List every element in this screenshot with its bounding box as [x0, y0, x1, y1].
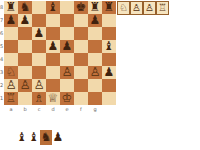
square-a4[interactable] [4, 53, 18, 66]
square-f8[interactable]: ♚ [74, 1, 88, 14]
square-g2[interactable] [88, 79, 102, 92]
piece-white-rook-a1[interactable]: ♖ [6, 92, 17, 105]
square-d4[interactable] [46, 53, 60, 66]
square-d6[interactable] [46, 27, 60, 40]
square-f3[interactable] [74, 66, 88, 79]
piece-white-pawn-e3[interactable]: ♙ [62, 66, 73, 79]
square-f5[interactable] [74, 40, 88, 53]
square-c6[interactable]: ♟ [32, 27, 46, 40]
square-d5[interactable]: ♟ [46, 40, 60, 53]
square-d8[interactable]: ♝ [46, 1, 60, 14]
piece-black-pawn-d5[interactable]: ♟ [48, 40, 59, 53]
square-c3[interactable] [32, 66, 46, 79]
piece-white-pawn-b2[interactable]: ♙ [20, 79, 31, 92]
square-g7[interactable]: ♟ [88, 14, 102, 27]
tray-slot-black-knight-selected[interactable]: ♞ [40, 130, 52, 145]
square-g6[interactable] [88, 27, 102, 40]
piece-white-pawn-g3[interactable]: ♙ [90, 66, 101, 79]
file-label-a: a [4, 106, 18, 113]
square-e1[interactable]: ♔ [60, 92, 74, 105]
tray-piece-black-bishop[interactable]: ♝ [29, 130, 40, 145]
pocket-tile-white-knight[interactable]: ♘ [117, 1, 130, 15]
square-b1[interactable] [18, 92, 32, 105]
square-h7[interactable] [102, 14, 116, 27]
square-c4[interactable] [32, 53, 46, 66]
square-c1[interactable]: ♗ [32, 92, 46, 105]
square-f6[interactable] [74, 27, 88, 40]
piece-white-pawn-a2[interactable]: ♙ [6, 79, 17, 92]
square-c5[interactable] [32, 40, 46, 53]
piece-black-rook-a8[interactable]: ♜ [6, 1, 17, 14]
square-g1[interactable] [88, 92, 102, 105]
piece-black-pawn-h3[interactable]: ♟ [104, 66, 115, 79]
tray-piece-black-bishop[interactable]: ♝ [17, 130, 28, 145]
tray-piece-black-knight[interactable]: ♞ [41, 130, 52, 145]
square-h1[interactable] [102, 92, 116, 105]
file-label-d: d [46, 106, 60, 113]
square-a7[interactable]: ♟ [4, 14, 18, 27]
tray-piece-black-pawn[interactable]: ♟ [53, 130, 64, 145]
tray-slot-black-bishop[interactable]: ♝ [28, 130, 40, 145]
square-a1[interactable]: ♖ [4, 92, 18, 105]
chess-app-screen: 87654321 ♜♞♝♚♜♜♟♟♟♟♟♟♝♘♙♙♟♙♙♙♖♗♕♔ abcdef… [0, 0, 200, 150]
square-h6[interactable] [102, 27, 116, 40]
square-d3[interactable] [46, 66, 60, 79]
file-label-g: g [88, 106, 102, 113]
file-label-e: e [60, 106, 74, 113]
pocket-piece-white-pawn[interactable]: ♙ [145, 2, 154, 14]
square-e3[interactable]: ♙ [60, 66, 74, 79]
square-d7[interactable] [46, 14, 60, 27]
piece-white-knight-a3[interactable]: ♘ [6, 66, 17, 79]
square-c7[interactable] [32, 14, 46, 27]
captured-pieces-tray-top[interactable]: ♘♙♙♖ [117, 1, 169, 15]
square-e6[interactable] [60, 27, 74, 40]
tray-slot-black-pawn[interactable]: ♟ [52, 130, 64, 145]
piece-black-bishop-h5[interactable]: ♝ [104, 40, 115, 53]
square-h3[interactable]: ♟ [102, 66, 116, 79]
square-d2[interactable] [46, 79, 60, 92]
square-g3[interactable]: ♙ [88, 66, 102, 79]
square-b8[interactable]: ♞ [18, 1, 32, 14]
piece-black-knight-b8[interactable]: ♞ [20, 1, 31, 14]
square-a5[interactable] [4, 40, 18, 53]
square-a3[interactable]: ♘ [4, 66, 18, 79]
file-label-b: b [18, 106, 32, 113]
square-a2[interactable]: ♙ [4, 79, 18, 92]
piece-white-king-e1[interactable]: ♔ [62, 92, 73, 105]
square-g8[interactable]: ♜ [88, 1, 102, 14]
square-e7[interactable] [60, 14, 74, 27]
piece-black-pawn-c6[interactable]: ♟ [34, 27, 45, 40]
square-d1[interactable]: ♕ [46, 92, 60, 105]
square-f4[interactable] [74, 53, 88, 66]
pocket-piece-white-rook[interactable]: ♖ [158, 2, 167, 14]
square-f2[interactable] [74, 79, 88, 92]
square-h4[interactable] [102, 53, 116, 66]
square-e5[interactable]: ♟ [60, 40, 74, 53]
square-a8[interactable]: ♜ [4, 1, 18, 14]
piece-black-rook-h8[interactable]: ♜ [104, 1, 115, 14]
piece-black-pawn-b7[interactable]: ♟ [20, 14, 31, 27]
file-label-f: f [74, 106, 88, 113]
square-e4[interactable] [60, 53, 74, 66]
square-f7[interactable] [74, 14, 88, 27]
square-h2[interactable] [102, 79, 116, 92]
piece-white-bishop-c1[interactable]: ♗ [34, 92, 45, 105]
square-b6[interactable] [18, 27, 32, 40]
chess-board[interactable]: ♜♞♝♚♜♜♟♟♟♟♟♟♝♘♙♙♟♙♙♙♖♗♕♔ [4, 1, 116, 105]
piece-white-pawn-c2[interactable]: ♙ [34, 79, 45, 92]
square-h5[interactable]: ♝ [102, 40, 116, 53]
piece-black-pawn-g7[interactable]: ♟ [90, 14, 101, 27]
square-a6[interactable] [4, 27, 18, 40]
square-e8[interactable] [60, 1, 74, 14]
tray-slot-black-bishop[interactable]: ♝ [16, 130, 28, 145]
square-h8[interactable]: ♜ [102, 1, 116, 14]
pocket-tile-white-pawn[interactable]: ♙ [143, 1, 156, 15]
piece-black-king-f8[interactable]: ♚ [76, 1, 87, 14]
square-b3[interactable] [18, 66, 32, 79]
square-b7[interactable]: ♟ [18, 14, 32, 27]
pocket-piece-white-knight[interactable]: ♘ [119, 2, 128, 14]
square-g5[interactable] [88, 40, 102, 53]
piece-black-pawn-e5[interactable]: ♟ [62, 40, 73, 53]
file-label-c: c [32, 106, 46, 113]
captured-pieces-tray-bottom[interactable]: ♝♝♞♟ [16, 130, 64, 145]
square-f1[interactable] [74, 92, 88, 105]
square-b2[interactable]: ♙ [18, 79, 32, 92]
square-e2[interactable] [60, 79, 74, 92]
pocket-piece-white-pawn[interactable]: ♙ [132, 2, 141, 14]
piece-black-rook-g8[interactable]: ♜ [90, 1, 101, 14]
square-b5[interactable] [18, 40, 32, 53]
piece-black-pawn-a7[interactable]: ♟ [6, 14, 17, 27]
square-g4[interactable] [88, 53, 102, 66]
piece-black-bishop-d8[interactable]: ♝ [48, 1, 59, 14]
piece-white-queen-d1[interactable]: ♕ [48, 92, 59, 105]
square-c8[interactable] [32, 1, 46, 14]
square-b4[interactable] [18, 53, 32, 66]
square-c2[interactable]: ♙ [32, 79, 46, 92]
file-labels: abcdefg [4, 106, 102, 113]
pocket-tile-white-pawn[interactable]: ♙ [130, 1, 143, 15]
pocket-tile-white-rook[interactable]: ♖ [156, 1, 169, 15]
